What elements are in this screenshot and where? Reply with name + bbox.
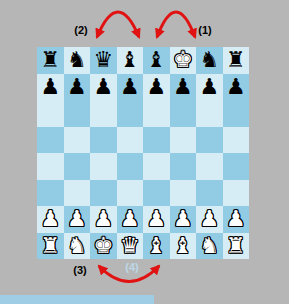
- square-e8[interactable]: ♝: [143, 47, 170, 74]
- piece-white-pawn: ♟: [120, 206, 140, 233]
- square-a8[interactable]: ♜: [37, 47, 64, 74]
- square-g8[interactable]: ♞: [196, 47, 223, 74]
- square-h7[interactable]: ♟: [223, 74, 250, 101]
- piece-white-knight: ♞: [199, 233, 219, 260]
- piece-white-pawn: ♟: [146, 206, 166, 233]
- square-f4[interactable]: [170, 153, 197, 180]
- square-f5[interactable]: [170, 127, 197, 154]
- square-h3[interactable]: [223, 180, 250, 207]
- square-f7[interactable]: ♟: [170, 74, 197, 101]
- square-c2[interactable]: ♟: [90, 206, 117, 233]
- square-f3[interactable]: [170, 180, 197, 207]
- square-c5[interactable]: [90, 127, 117, 154]
- chess-board: ♜♞♛♝♝♚♞♜♟♟♟♟♟♟♟♟♟♟♟♟♟♟♟♟♜♞♚♛♝♝♞♜: [37, 47, 249, 259]
- piece-black-bishop: ♝: [120, 47, 140, 74]
- annotation-label-3: (3): [69, 264, 91, 276]
- piece-white-pawn: ♟: [226, 206, 246, 233]
- square-a1[interactable]: ♜: [37, 233, 64, 260]
- square-d1[interactable]: ♛: [117, 233, 144, 260]
- square-e6[interactable]: [143, 100, 170, 127]
- piece-black-queen: ♛: [93, 47, 113, 74]
- square-b3[interactable]: [64, 180, 91, 207]
- piece-black-knight: ♞: [199, 47, 219, 74]
- chess-setup-diagram: ♜♞♛♝♝♚♞♜♟♟♟♟♟♟♟♟♟♟♟♟♟♟♟♟♜♞♚♛♝♝♞♜ (2)(1)(…: [0, 0, 289, 304]
- square-b7[interactable]: ♟: [64, 74, 91, 101]
- square-a4[interactable]: [37, 153, 64, 180]
- square-b6[interactable]: [64, 100, 91, 127]
- piece-white-pawn: ♟: [40, 206, 60, 233]
- square-d7[interactable]: ♟: [117, 74, 144, 101]
- square-d5[interactable]: [117, 127, 144, 154]
- square-h6[interactable]: [223, 100, 250, 127]
- square-d2[interactable]: ♟: [117, 206, 144, 233]
- square-d4[interactable]: [117, 153, 144, 180]
- piece-black-bishop: ♝: [146, 47, 166, 74]
- square-g2[interactable]: ♟: [196, 206, 223, 233]
- piece-white-pawn: ♟: [93, 206, 113, 233]
- annotation-label-1: (1): [194, 24, 216, 36]
- square-h4[interactable]: [223, 153, 250, 180]
- square-f2[interactable]: ♟: [170, 206, 197, 233]
- square-a7[interactable]: ♟: [37, 74, 64, 101]
- piece-black-pawn: ♟: [120, 74, 140, 101]
- bottom-strip: [0, 295, 154, 304]
- square-f8[interactable]: ♚: [170, 47, 197, 74]
- square-h8[interactable]: ♜: [223, 47, 250, 74]
- square-f6[interactable]: [170, 100, 197, 127]
- square-d6[interactable]: [117, 100, 144, 127]
- piece-black-pawn: ♟: [93, 74, 113, 101]
- piece-white-rook: ♜: [226, 233, 246, 260]
- square-c1[interactable]: ♚: [90, 233, 117, 260]
- square-e3[interactable]: [143, 180, 170, 207]
- piece-black-pawn: ♟: [146, 74, 166, 101]
- piece-black-knight: ♞: [67, 47, 87, 74]
- square-g6[interactable]: [196, 100, 223, 127]
- square-h5[interactable]: [223, 127, 250, 154]
- piece-black-pawn: ♟: [173, 74, 193, 101]
- piece-white-queen: ♛: [120, 233, 140, 260]
- square-e4[interactable]: [143, 153, 170, 180]
- annotation-label-2: (2): [70, 24, 92, 36]
- square-c6[interactable]: [90, 100, 117, 127]
- square-e7[interactable]: ♟: [143, 74, 170, 101]
- piece-white-knight: ♞: [67, 233, 87, 260]
- square-g4[interactable]: [196, 153, 223, 180]
- square-g3[interactable]: [196, 180, 223, 207]
- square-h1[interactable]: ♜: [223, 233, 250, 260]
- piece-white-pawn: ♟: [173, 206, 193, 233]
- piece-white-bishop: ♝: [146, 233, 166, 260]
- square-d3[interactable]: [117, 180, 144, 207]
- piece-white-pawn: ♟: [67, 206, 87, 233]
- square-c7[interactable]: ♟: [90, 74, 117, 101]
- square-b2[interactable]: ♟: [64, 206, 91, 233]
- square-b1[interactable]: ♞: [64, 233, 91, 260]
- square-g5[interactable]: [196, 127, 223, 154]
- square-f1[interactable]: ♝: [170, 233, 197, 260]
- swap-arrow-2-icon: [97, 12, 139, 37]
- square-b4[interactable]: [64, 153, 91, 180]
- square-g7[interactable]: ♟: [196, 74, 223, 101]
- square-b8[interactable]: ♞: [64, 47, 91, 74]
- piece-black-pawn: ♟: [226, 74, 246, 101]
- piece-white-bishop: ♝: [173, 233, 193, 260]
- square-a6[interactable]: [37, 100, 64, 127]
- piece-white-rook: ♜: [40, 233, 60, 260]
- annotation-label-4: (4): [121, 261, 143, 273]
- square-b5[interactable]: [64, 127, 91, 154]
- piece-white-king: ♚: [93, 233, 113, 260]
- square-a3[interactable]: [37, 180, 64, 207]
- square-c8[interactable]: ♛: [90, 47, 117, 74]
- square-a2[interactable]: ♟: [37, 206, 64, 233]
- piece-black-pawn: ♟: [67, 74, 87, 101]
- square-h2[interactable]: ♟: [223, 206, 250, 233]
- square-g1[interactable]: ♞: [196, 233, 223, 260]
- square-e2[interactable]: ♟: [143, 206, 170, 233]
- square-e1[interactable]: ♝: [143, 233, 170, 260]
- swap-arrow-1-icon: [157, 12, 195, 37]
- piece-black-pawn: ♟: [40, 74, 60, 101]
- square-c3[interactable]: [90, 180, 117, 207]
- piece-black-rook: ♜: [40, 47, 60, 74]
- square-d8[interactable]: ♝: [117, 47, 144, 74]
- square-a5[interactable]: [37, 127, 64, 154]
- square-e5[interactable]: [143, 127, 170, 154]
- piece-black-rook: ♜: [226, 47, 246, 74]
- piece-black-pawn: ♟: [199, 74, 219, 101]
- piece-white-pawn: ♟: [199, 206, 219, 233]
- piece-white-king: ♚: [173, 47, 193, 74]
- square-c4[interactable]: [90, 153, 117, 180]
